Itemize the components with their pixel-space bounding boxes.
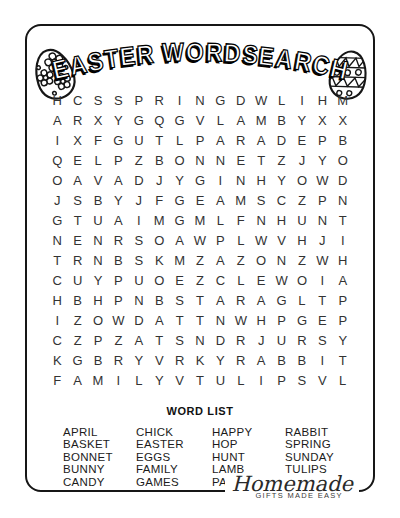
grid-cell: Y bbox=[108, 110, 128, 130]
grid-cell: J bbox=[292, 150, 312, 170]
grid-cell: S bbox=[251, 190, 271, 210]
word-list-column: CHICKEASTEREGGSFAMILYGAMES bbox=[136, 426, 212, 488]
grid-cell: N bbox=[333, 190, 353, 210]
grid-cell: C bbox=[210, 270, 230, 290]
grid-cell: M bbox=[333, 90, 353, 110]
grid-cell: G bbox=[129, 110, 149, 130]
grid-cell: F bbox=[149, 190, 169, 210]
grid-cell: G bbox=[169, 190, 189, 210]
title-letter bbox=[154, 40, 161, 66]
grid-cell: G bbox=[169, 210, 189, 230]
grid-cell: J bbox=[47, 190, 67, 210]
grid-cell: W bbox=[231, 310, 251, 330]
title-letter: T bbox=[103, 45, 120, 73]
grid-cell: P bbox=[271, 310, 291, 330]
grid-cell: Y bbox=[149, 370, 169, 390]
grid-cell: L bbox=[169, 130, 189, 150]
grid-cell: K bbox=[190, 350, 210, 370]
grid-cell: T bbox=[169, 310, 189, 330]
grid-cell: R bbox=[231, 290, 251, 310]
word-list-item: APRIL bbox=[63, 426, 136, 438]
grid-cell: O bbox=[292, 170, 312, 190]
grid-cell: L bbox=[129, 370, 149, 390]
word-list-item: CANDY bbox=[63, 476, 136, 488]
grid-cell: E bbox=[67, 150, 87, 170]
grid-cell: M bbox=[251, 110, 271, 130]
grid-cell: T bbox=[333, 350, 353, 370]
grid-cell: E bbox=[190, 190, 210, 210]
grid-cell: L bbox=[210, 110, 230, 130]
grid-cell: N bbox=[271, 250, 291, 270]
grid-cell: L bbox=[231, 230, 251, 250]
grid-cell: W bbox=[190, 230, 210, 250]
grid-cell: N bbox=[231, 170, 251, 190]
grid-cell: T bbox=[67, 210, 87, 230]
grid-cell: G bbox=[292, 310, 312, 330]
grid-cell: G bbox=[190, 170, 210, 190]
grid-cell: G bbox=[210, 90, 230, 110]
grid-cell: O bbox=[333, 150, 353, 170]
grid-cell: N bbox=[190, 90, 210, 110]
grid-cell: E bbox=[292, 130, 312, 150]
title-letter: R bbox=[292, 47, 312, 75]
grid-cell: A bbox=[231, 110, 251, 130]
grid-cell: R bbox=[67, 250, 87, 270]
grid-cell: S bbox=[129, 230, 149, 250]
grid-cell: A bbox=[108, 170, 128, 190]
grid-cell: G bbox=[169, 110, 189, 130]
grid-cell: N bbox=[129, 290, 149, 310]
grid-cell: S bbox=[108, 90, 128, 110]
grid-cell: A bbox=[67, 170, 87, 190]
grid-cell: T bbox=[312, 290, 332, 310]
grid-cell: N bbox=[210, 150, 230, 170]
grid-cell: U bbox=[210, 370, 230, 390]
word-list-item: BASKET bbox=[63, 438, 136, 450]
grid-cell: U bbox=[129, 130, 149, 150]
title-letter: D bbox=[223, 40, 241, 67]
grid-cell: T bbox=[251, 150, 271, 170]
grid-cell: A bbox=[129, 330, 149, 350]
grid-cell: R bbox=[149, 90, 169, 110]
grid-cell: B bbox=[292, 350, 312, 370]
grid-cell: M bbox=[88, 370, 108, 390]
grid-cell: Z bbox=[231, 250, 251, 270]
grid-cell: A bbox=[67, 370, 87, 390]
grid-cell: M bbox=[169, 250, 189, 270]
grid-cell: A bbox=[169, 230, 189, 250]
grid-cell: N bbox=[190, 150, 210, 170]
grid-cell: U bbox=[88, 210, 108, 230]
grid-cell: D bbox=[129, 310, 149, 330]
grid-cell: B bbox=[108, 250, 128, 270]
grid-cell: J bbox=[129, 190, 149, 210]
title-letter: E bbox=[119, 43, 137, 71]
page-title: EASTER WORDSEARCH bbox=[52, 39, 348, 65]
grid-cell: Y bbox=[129, 350, 149, 370]
grid-cell: X bbox=[88, 110, 108, 130]
word-list-item: CHICK bbox=[136, 426, 212, 438]
grid-cell: K bbox=[149, 250, 169, 270]
grid-cell: D bbox=[231, 90, 251, 110]
grid-cell: V bbox=[149, 350, 169, 370]
grid-cell: D bbox=[210, 330, 230, 350]
word-list-item: EASTER bbox=[136, 438, 212, 450]
grid-cell: M bbox=[149, 210, 169, 230]
grid-cell: L bbox=[210, 210, 230, 230]
grid-cell: R bbox=[67, 110, 87, 130]
grid-cell: O bbox=[149, 230, 169, 250]
word-list-item: RABBIT bbox=[285, 426, 335, 438]
grid-cell: I bbox=[292, 90, 312, 110]
grid-cell: T bbox=[190, 310, 210, 330]
grid-cell: V bbox=[88, 170, 108, 190]
grid-cell: N bbox=[210, 310, 230, 330]
grid-cell: A bbox=[47, 110, 67, 130]
grid-cell: A bbox=[149, 310, 169, 330]
grid-cell: V bbox=[271, 230, 291, 250]
grid-cell: M bbox=[231, 190, 251, 210]
grid-cell: V bbox=[312, 370, 332, 390]
grid-cell: A bbox=[251, 130, 271, 150]
grid-cell: C bbox=[47, 330, 67, 350]
grid-cell: Y bbox=[169, 170, 189, 190]
grid-cell: S bbox=[312, 330, 332, 350]
grid-cell: H bbox=[271, 210, 291, 230]
grid-cell: I bbox=[108, 370, 128, 390]
grid-cell: O bbox=[251, 250, 271, 270]
grid-cell: Y bbox=[210, 350, 230, 370]
grid-cell: S bbox=[169, 330, 189, 350]
grid-cell: R bbox=[169, 350, 189, 370]
grid-cell: I bbox=[47, 310, 67, 330]
title-letter: S bbox=[241, 41, 258, 68]
grid-cell: A bbox=[210, 190, 230, 210]
grid-cell: I bbox=[312, 350, 332, 370]
grid-cell: I bbox=[312, 270, 332, 290]
grid-cell: L bbox=[88, 150, 108, 170]
grid-cell: N bbox=[251, 210, 271, 230]
grid-cell: D bbox=[129, 170, 149, 190]
grid-cell: A bbox=[210, 290, 230, 310]
grid-cell: N bbox=[88, 250, 108, 270]
grid-cell: E bbox=[67, 230, 87, 250]
grid-cell: T bbox=[190, 370, 210, 390]
grid-cell: H bbox=[251, 310, 271, 330]
grid-cell: Y bbox=[333, 330, 353, 350]
grid-cell: W bbox=[312, 170, 332, 190]
grid-cell: J bbox=[312, 230, 332, 250]
grid-cell: N bbox=[190, 330, 210, 350]
grid-cell: P bbox=[312, 130, 332, 150]
grid-cell: X bbox=[67, 130, 87, 150]
grid-cell: A bbox=[210, 130, 230, 150]
grid-cell: G bbox=[47, 210, 67, 230]
grid-cell: M bbox=[190, 210, 210, 230]
grid-cell: W bbox=[108, 310, 128, 330]
grid-cell: P bbox=[312, 190, 332, 210]
grid-cell: C bbox=[271, 190, 291, 210]
grid-cell: F bbox=[88, 130, 108, 150]
grid-cell: Y bbox=[108, 190, 128, 210]
title-letter: A bbox=[274, 45, 294, 73]
grid-cell: B bbox=[271, 110, 291, 130]
grid-cell: P bbox=[108, 290, 128, 310]
word-list-item: HOP bbox=[212, 438, 285, 450]
title-letter: R bbox=[136, 41, 154, 68]
grid-cell: L bbox=[231, 270, 251, 290]
grid-cell: N bbox=[88, 230, 108, 250]
word-list-item: BONNET bbox=[63, 451, 136, 463]
grid-cell: V bbox=[169, 370, 189, 390]
grid-cell: N bbox=[312, 210, 332, 230]
grid-cell: T bbox=[47, 250, 67, 270]
word-list-item: HUNT bbox=[212, 451, 285, 463]
grid-cell: Y bbox=[312, 150, 332, 170]
grid-cell: H bbox=[47, 290, 67, 310]
grid-cell: S bbox=[67, 190, 87, 210]
grid-cell: Z bbox=[67, 330, 87, 350]
grid-cell: T bbox=[149, 330, 169, 350]
grid-cell: C bbox=[67, 90, 87, 110]
grid-cell: U bbox=[67, 270, 87, 290]
grid-cell: Y bbox=[292, 110, 312, 130]
grid-cell: U bbox=[271, 330, 291, 350]
grid-cell: B bbox=[271, 350, 291, 370]
grid-cell: H bbox=[292, 230, 312, 250]
grid-cell: A bbox=[251, 350, 271, 370]
grid-cell: W bbox=[312, 250, 332, 270]
grid-cell: D bbox=[271, 130, 291, 150]
grid-cell: J bbox=[251, 330, 271, 350]
grid-cell: F bbox=[231, 210, 251, 230]
grid-cell: X bbox=[333, 110, 353, 130]
grid-cell: Q bbox=[47, 150, 67, 170]
grid-cell: Z bbox=[190, 250, 210, 270]
grid-cell: I bbox=[47, 130, 67, 150]
grid-cell: C bbox=[47, 270, 67, 290]
grid-cell: H bbox=[312, 90, 332, 110]
grid-cell: E bbox=[251, 270, 271, 290]
word-list-item: GAMES bbox=[136, 476, 212, 488]
grid-cell: L bbox=[333, 370, 353, 390]
grid-cell: P bbox=[88, 330, 108, 350]
grid-cell: R bbox=[231, 350, 251, 370]
grid-cell: R bbox=[231, 330, 251, 350]
grid-cell: J bbox=[149, 170, 169, 190]
word-list-item: BUNNY bbox=[63, 463, 136, 475]
grid-cell: E bbox=[169, 270, 189, 290]
grid-cell: H bbox=[47, 90, 67, 110]
grid-cell: W bbox=[251, 90, 271, 110]
grid-cell: I bbox=[169, 90, 189, 110]
grid-cell: N bbox=[47, 230, 67, 250]
grid-cell: Y bbox=[271, 170, 291, 190]
grid-cell: U bbox=[292, 210, 312, 230]
grid-cell: B bbox=[149, 290, 169, 310]
brand-logo: Homemade GIFTS MADE EASY bbox=[225, 475, 359, 500]
grid-cell: T bbox=[190, 290, 210, 310]
grid-cell: P bbox=[108, 150, 128, 170]
word-list-item: FAMILY bbox=[136, 463, 212, 475]
title-letter: R bbox=[206, 39, 223, 65]
grid-cell: B bbox=[149, 150, 169, 170]
grid-cell: S bbox=[169, 290, 189, 310]
grid-cell: B bbox=[67, 290, 87, 310]
grid-cell: P bbox=[108, 270, 128, 290]
grid-cell: A bbox=[210, 250, 230, 270]
grid-cell: O bbox=[169, 150, 189, 170]
grid-cell: O bbox=[292, 270, 312, 290]
grid-cell: R bbox=[108, 350, 128, 370]
grid-cell: I bbox=[251, 370, 271, 390]
word-list-heading: WORD LIST bbox=[27, 405, 373, 417]
grid-cell: O bbox=[149, 270, 169, 290]
grid-cell: Z bbox=[129, 150, 149, 170]
grid-cell: X bbox=[312, 110, 332, 130]
grid-cell: B bbox=[333, 130, 353, 150]
grid-cell: F bbox=[47, 370, 67, 390]
grid-cell: U bbox=[129, 270, 149, 290]
grid-cell: L bbox=[271, 90, 291, 110]
grid-cell: W bbox=[251, 230, 271, 250]
grid-cell: T bbox=[333, 210, 353, 230]
grid-cell: I bbox=[210, 170, 230, 190]
grid-cell: W bbox=[271, 270, 291, 290]
grid-cell: O bbox=[47, 170, 67, 190]
grid-cell: S bbox=[88, 90, 108, 110]
grid-cell: P bbox=[333, 310, 353, 330]
grid-cell: S bbox=[129, 250, 149, 270]
grid-cell: Z bbox=[271, 150, 291, 170]
grid-cell: Z bbox=[67, 310, 87, 330]
grid-cell: A bbox=[108, 210, 128, 230]
grid-cell: Y bbox=[88, 270, 108, 290]
grid-cell: O bbox=[88, 310, 108, 330]
grid-cell: Z bbox=[190, 270, 210, 290]
word-list-item: SPRING bbox=[285, 438, 335, 450]
title-letter: S bbox=[86, 48, 105, 76]
word-list-item: EGGS bbox=[136, 451, 212, 463]
grid-cell: P bbox=[129, 90, 149, 110]
grid-cell: H bbox=[88, 290, 108, 310]
title-letter: W bbox=[162, 39, 184, 66]
grid-cell: Z bbox=[108, 330, 128, 350]
grid-cell: A bbox=[251, 290, 271, 310]
word-list-column: APRILBASKETBONNETBUNNYCANDY bbox=[63, 426, 136, 488]
grid-cell: R bbox=[231, 130, 251, 150]
letter-grid: HCSSPRINGDWLIHMARXYGQGVLAMBYXXIXFGUTLPAR… bbox=[47, 90, 353, 390]
grid-cell: I bbox=[129, 210, 149, 230]
grid-cell: V bbox=[190, 110, 210, 130]
grid-cell: E bbox=[231, 150, 251, 170]
grid-cell: G bbox=[108, 130, 128, 150]
grid-cell: B bbox=[88, 190, 108, 210]
grid-cell: H bbox=[333, 250, 353, 270]
grid-cell: P bbox=[271, 370, 291, 390]
grid-cell: G bbox=[67, 350, 87, 370]
grid-cell: S bbox=[292, 370, 312, 390]
grid-cell: I bbox=[333, 230, 353, 250]
grid-cell: A bbox=[333, 270, 353, 290]
grid-cell: R bbox=[292, 330, 312, 350]
grid-cell: L bbox=[292, 290, 312, 310]
puzzle-sheet: EASTER WORDSEARCH HCSSPRINGDWLIHMARXYGQG… bbox=[25, 24, 375, 492]
title-letter: O bbox=[186, 39, 203, 65]
grid-cell: Z bbox=[292, 190, 312, 210]
grid-cell: K bbox=[47, 350, 67, 370]
grid-cell: D bbox=[333, 170, 353, 190]
grid-cell: Z bbox=[292, 250, 312, 270]
title-letter: E bbox=[258, 43, 276, 71]
grid-cell: Q bbox=[149, 110, 169, 130]
grid-cell: E bbox=[312, 310, 332, 330]
grid-cell: G bbox=[271, 290, 291, 310]
grid-cell: P bbox=[333, 290, 353, 310]
word-list-item: SUNDAY bbox=[285, 451, 335, 463]
grid-cell: T bbox=[149, 130, 169, 150]
grid-cell: R bbox=[108, 230, 128, 250]
grid-cell: P bbox=[190, 130, 210, 150]
grid-cell: P bbox=[210, 230, 230, 250]
grid-cell: B bbox=[88, 350, 108, 370]
word-list-item: HAPPY bbox=[212, 426, 285, 438]
grid-cell: H bbox=[251, 170, 271, 190]
grid-cell: L bbox=[231, 370, 251, 390]
